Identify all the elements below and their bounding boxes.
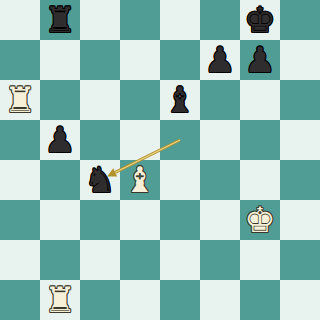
square-d7[interactable]: [120, 40, 160, 80]
square-f5[interactable]: [200, 120, 240, 160]
square-e3[interactable]: [160, 200, 200, 240]
square-a3[interactable]: [0, 200, 40, 240]
square-c2[interactable]: [80, 240, 120, 280]
square-b8[interactable]: ♜: [40, 0, 80, 40]
square-d4[interactable]: ♝: [120, 160, 160, 200]
white-king-piece[interactable]: ♚: [244, 200, 275, 240]
square-e1[interactable]: [160, 280, 200, 320]
white-rook-piece[interactable]: ♜: [44, 280, 75, 320]
square-a8[interactable]: [0, 0, 40, 40]
square-g4[interactable]: [240, 160, 280, 200]
square-c6[interactable]: [80, 80, 120, 120]
black-knight-piece[interactable]: ♞: [84, 160, 115, 200]
square-g6[interactable]: [240, 80, 280, 120]
square-e7[interactable]: [160, 40, 200, 80]
square-f2[interactable]: [200, 240, 240, 280]
square-c8[interactable]: [80, 0, 120, 40]
square-c4[interactable]: ♞: [80, 160, 120, 200]
square-h1[interactable]: [280, 280, 320, 320]
square-b5[interactable]: ♟: [40, 120, 80, 160]
square-e5[interactable]: [160, 120, 200, 160]
square-f8[interactable]: [200, 0, 240, 40]
square-c7[interactable]: [80, 40, 120, 80]
square-g5[interactable]: [240, 120, 280, 160]
square-d5[interactable]: [120, 120, 160, 160]
square-a1[interactable]: [0, 280, 40, 320]
square-f3[interactable]: [200, 200, 240, 240]
chess-board: ♜♚♟♟♜♝♟♞♝♚♜: [0, 0, 320, 320]
square-a2[interactable]: [0, 240, 40, 280]
black-pawn-piece[interactable]: ♟: [244, 40, 275, 80]
square-e4[interactable]: [160, 160, 200, 200]
black-pawn-piece[interactable]: ♟: [204, 40, 235, 80]
square-c1[interactable]: [80, 280, 120, 320]
square-a4[interactable]: [0, 160, 40, 200]
white-bishop-piece[interactable]: ♝: [124, 160, 155, 200]
square-a5[interactable]: [0, 120, 40, 160]
square-b2[interactable]: [40, 240, 80, 280]
square-a7[interactable]: [0, 40, 40, 80]
square-h7[interactable]: [280, 40, 320, 80]
square-h6[interactable]: [280, 80, 320, 120]
square-g8[interactable]: ♚: [240, 0, 280, 40]
square-d6[interactable]: [120, 80, 160, 120]
square-b7[interactable]: [40, 40, 80, 80]
square-d8[interactable]: [120, 0, 160, 40]
square-b4[interactable]: [40, 160, 80, 200]
square-d1[interactable]: [120, 280, 160, 320]
square-a6[interactable]: ♜: [0, 80, 40, 120]
square-h8[interactable]: [280, 0, 320, 40]
square-h5[interactable]: [280, 120, 320, 160]
square-e8[interactable]: [160, 0, 200, 40]
square-g1[interactable]: [240, 280, 280, 320]
square-g3[interactable]: ♚: [240, 200, 280, 240]
white-rook-piece[interactable]: ♜: [4, 80, 35, 120]
square-e6[interactable]: ♝: [160, 80, 200, 120]
square-b3[interactable]: [40, 200, 80, 240]
square-d3[interactable]: [120, 200, 160, 240]
square-f1[interactable]: [200, 280, 240, 320]
square-h3[interactable]: [280, 200, 320, 240]
square-f7[interactable]: ♟: [200, 40, 240, 80]
black-pawn-piece[interactable]: ♟: [44, 120, 75, 160]
square-f6[interactable]: [200, 80, 240, 120]
square-c3[interactable]: [80, 200, 120, 240]
black-bishop-piece[interactable]: ♝: [164, 80, 195, 120]
square-g2[interactable]: [240, 240, 280, 280]
black-king-piece[interactable]: ♚: [244, 0, 275, 40]
square-b1[interactable]: ♜: [40, 280, 80, 320]
square-h4[interactable]: [280, 160, 320, 200]
black-rook-piece[interactable]: ♜: [44, 0, 75, 40]
square-e2[interactable]: [160, 240, 200, 280]
square-d2[interactable]: [120, 240, 160, 280]
square-g7[interactable]: ♟: [240, 40, 280, 80]
square-b6[interactable]: [40, 80, 80, 120]
square-c5[interactable]: [80, 120, 120, 160]
square-h2[interactable]: [280, 240, 320, 280]
square-f4[interactable]: [200, 160, 240, 200]
